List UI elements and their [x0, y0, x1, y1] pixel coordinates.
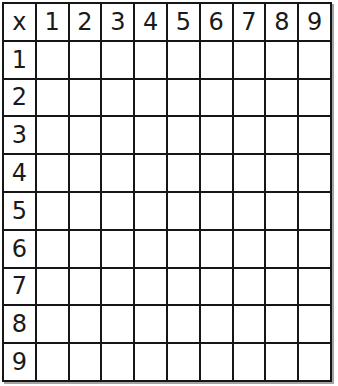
product-cell-1x6[interactable] — [201, 42, 232, 78]
product-cell-5x1[interactable] — [37, 193, 68, 229]
col-header-2: 2 — [70, 4, 101, 40]
product-cell-2x9[interactable] — [299, 80, 330, 116]
col-header-3: 3 — [102, 4, 133, 40]
product-cell-4x4[interactable] — [135, 155, 166, 191]
product-cell-1x3[interactable] — [102, 42, 133, 78]
col-header-6: 6 — [201, 4, 232, 40]
product-cell-6x6[interactable] — [201, 231, 232, 267]
product-cell-5x5[interactable] — [168, 193, 199, 229]
row-header-4: 4 — [4, 155, 35, 191]
product-cell-9x3[interactable] — [102, 344, 133, 380]
product-cell-8x3[interactable] — [102, 306, 133, 342]
col-header-1: 1 — [37, 4, 68, 40]
product-cell-1x7[interactable] — [234, 42, 265, 78]
product-cell-5x4[interactable] — [135, 193, 166, 229]
col-header-7: 7 — [234, 4, 265, 40]
product-cell-2x2[interactable] — [70, 80, 101, 116]
product-cell-8x4[interactable] — [135, 306, 166, 342]
product-cell-8x8[interactable] — [266, 306, 297, 342]
product-cell-3x3[interactable] — [102, 117, 133, 153]
product-cell-6x4[interactable] — [135, 231, 166, 267]
product-cell-9x1[interactable] — [37, 344, 68, 380]
product-cell-7x1[interactable] — [37, 269, 68, 305]
product-cell-9x5[interactable] — [168, 344, 199, 380]
product-cell-4x7[interactable] — [234, 155, 265, 191]
product-cell-9x8[interactable] — [266, 344, 297, 380]
product-cell-2x6[interactable] — [201, 80, 232, 116]
product-cell-6x3[interactable] — [102, 231, 133, 267]
col-header-8: 8 — [266, 4, 297, 40]
col-header-4: 4 — [135, 4, 166, 40]
product-cell-8x2[interactable] — [70, 306, 101, 342]
product-cell-9x9[interactable] — [299, 344, 330, 380]
row-header-3: 3 — [4, 117, 35, 153]
worksheet-page: x123456789123456789 — [0, 0, 338, 386]
product-cell-1x1[interactable] — [37, 42, 68, 78]
product-cell-9x2[interactable] — [70, 344, 101, 380]
product-cell-9x4[interactable] — [135, 344, 166, 380]
product-cell-7x2[interactable] — [70, 269, 101, 305]
product-cell-7x5[interactable] — [168, 269, 199, 305]
product-cell-3x5[interactable] — [168, 117, 199, 153]
product-cell-8x6[interactable] — [201, 306, 232, 342]
product-cell-6x1[interactable] — [37, 231, 68, 267]
product-cell-1x4[interactable] — [135, 42, 166, 78]
product-cell-2x1[interactable] — [37, 80, 68, 116]
product-cell-1x2[interactable] — [70, 42, 101, 78]
product-cell-6x5[interactable] — [168, 231, 199, 267]
product-cell-2x5[interactable] — [168, 80, 199, 116]
product-cell-2x7[interactable] — [234, 80, 265, 116]
row-header-6: 6 — [4, 231, 35, 267]
product-cell-8x5[interactable] — [168, 306, 199, 342]
product-cell-3x4[interactable] — [135, 117, 166, 153]
product-cell-4x5[interactable] — [168, 155, 199, 191]
product-cell-1x5[interactable] — [168, 42, 199, 78]
product-cell-6x9[interactable] — [299, 231, 330, 267]
product-cell-8x7[interactable] — [234, 306, 265, 342]
product-cell-8x9[interactable] — [299, 306, 330, 342]
row-header-5: 5 — [4, 193, 35, 229]
product-cell-6x7[interactable] — [234, 231, 265, 267]
product-cell-5x2[interactable] — [70, 193, 101, 229]
product-cell-4x1[interactable] — [37, 155, 68, 191]
product-cell-9x6[interactable] — [201, 344, 232, 380]
product-cell-7x4[interactable] — [135, 269, 166, 305]
row-header-2: 2 — [4, 80, 35, 116]
product-cell-7x7[interactable] — [234, 269, 265, 305]
product-cell-2x8[interactable] — [266, 80, 297, 116]
product-cell-4x9[interactable] — [299, 155, 330, 191]
multiplication-grid: x123456789123456789 — [2, 2, 332, 382]
product-cell-7x6[interactable] — [201, 269, 232, 305]
product-cell-5x7[interactable] — [234, 193, 265, 229]
product-cell-3x9[interactable] — [299, 117, 330, 153]
product-cell-3x6[interactable] — [201, 117, 232, 153]
product-cell-5x6[interactable] — [201, 193, 232, 229]
product-cell-5x8[interactable] — [266, 193, 297, 229]
row-header-8: 8 — [4, 306, 35, 342]
product-cell-9x7[interactable] — [234, 344, 265, 380]
product-cell-5x3[interactable] — [102, 193, 133, 229]
product-cell-3x1[interactable] — [37, 117, 68, 153]
product-cell-8x1[interactable] — [37, 306, 68, 342]
row-header-9: 9 — [4, 344, 35, 380]
product-cell-4x2[interactable] — [70, 155, 101, 191]
product-cell-4x8[interactable] — [266, 155, 297, 191]
row-header-1: 1 — [4, 42, 35, 78]
product-cell-3x8[interactable] — [266, 117, 297, 153]
product-cell-6x2[interactable] — [70, 231, 101, 267]
product-cell-1x9[interactable] — [299, 42, 330, 78]
product-cell-4x3[interactable] — [102, 155, 133, 191]
operator-cell: x — [4, 4, 35, 40]
product-cell-6x8[interactable] — [266, 231, 297, 267]
col-header-5: 5 — [168, 4, 199, 40]
product-cell-7x9[interactable] — [299, 269, 330, 305]
product-cell-3x7[interactable] — [234, 117, 265, 153]
product-cell-3x2[interactable] — [70, 117, 101, 153]
row-header-7: 7 — [4, 269, 35, 305]
product-cell-1x8[interactable] — [266, 42, 297, 78]
product-cell-2x4[interactable] — [135, 80, 166, 116]
product-cell-2x3[interactable] — [102, 80, 133, 116]
product-cell-7x8[interactable] — [266, 269, 297, 305]
col-header-9: 9 — [299, 4, 330, 40]
product-cell-7x3[interactable] — [102, 269, 133, 305]
product-cell-5x9[interactable] — [299, 193, 330, 229]
product-cell-4x6[interactable] — [201, 155, 232, 191]
